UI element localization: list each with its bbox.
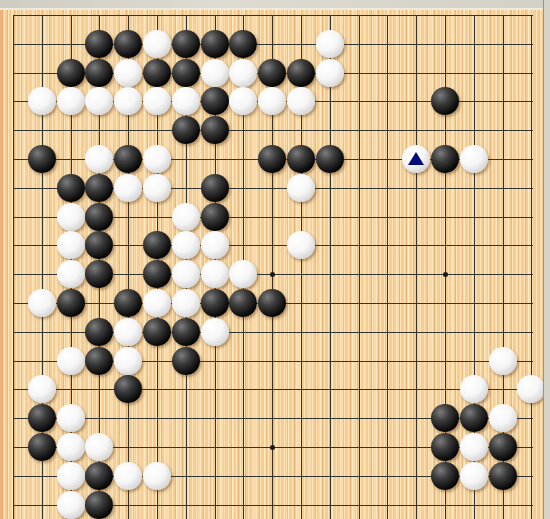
white-stone [460, 145, 488, 173]
black-stone [258, 59, 286, 87]
black-stone [172, 318, 200, 346]
black-stone [489, 462, 517, 490]
black-stone [85, 318, 113, 346]
black-stone [143, 59, 171, 87]
white-stone [143, 145, 171, 173]
black-stone [201, 203, 229, 231]
black-stone [172, 116, 200, 144]
white-stone [114, 59, 142, 87]
black-stone [258, 145, 286, 173]
triangle-marker [408, 152, 424, 165]
black-stone [431, 462, 459, 490]
white-stone [172, 231, 200, 259]
white-stone [489, 347, 517, 375]
white-stone [201, 59, 229, 87]
black-stone [201, 87, 229, 115]
white-stone [57, 491, 85, 519]
black-stone [28, 433, 56, 461]
white-stone [201, 260, 229, 288]
window-edge-top [0, 0, 550, 8]
black-stone [114, 30, 142, 58]
white-stone [28, 289, 56, 317]
black-stone [85, 174, 113, 202]
black-stone [143, 260, 171, 288]
black-stone [85, 30, 113, 58]
white-stone [143, 30, 171, 58]
black-stone [28, 404, 56, 432]
white-stone [28, 87, 56, 115]
white-stone [201, 231, 229, 259]
black-stone [316, 145, 344, 173]
white-stone [172, 203, 200, 231]
black-stone [489, 433, 517, 461]
white-stone [143, 174, 171, 202]
black-stone [431, 404, 459, 432]
black-stone [114, 289, 142, 317]
white-stone [172, 260, 200, 288]
black-stone [57, 174, 85, 202]
white-stone [489, 404, 517, 432]
black-stone [85, 462, 113, 490]
black-stone [201, 289, 229, 317]
black-stone [201, 116, 229, 144]
black-stone [114, 145, 142, 173]
board-left-shade [0, 0, 3, 519]
black-stone [431, 433, 459, 461]
black-stone [85, 347, 113, 375]
white-stone [460, 462, 488, 490]
white-stone [316, 30, 344, 58]
white-stone [57, 433, 85, 461]
window-edge-right [543, 0, 550, 519]
white-stone [287, 174, 315, 202]
window-edge-top-highlight [0, 8, 550, 10]
black-stone [85, 59, 113, 87]
white-stone [57, 87, 85, 115]
black-stone [57, 289, 85, 317]
white-stone [28, 375, 56, 403]
white-stone [229, 59, 257, 87]
black-stone [431, 145, 459, 173]
black-stone [85, 491, 113, 519]
black-stone [201, 174, 229, 202]
go-board-viewport [0, 0, 550, 519]
black-stone [172, 59, 200, 87]
white-stone [172, 87, 200, 115]
white-stone [402, 145, 430, 173]
white-stone [517, 375, 545, 403]
black-stone [201, 30, 229, 58]
white-stone [57, 231, 85, 259]
white-stone [57, 347, 85, 375]
black-stone [172, 30, 200, 58]
white-stone [57, 404, 85, 432]
black-stone [460, 404, 488, 432]
white-stone [201, 318, 229, 346]
black-stone [172, 347, 200, 375]
white-stone [114, 318, 142, 346]
black-stone [229, 30, 257, 58]
white-stone [57, 203, 85, 231]
white-stone [143, 462, 171, 490]
white-stone [460, 433, 488, 461]
white-stone [460, 375, 488, 403]
black-stone [143, 318, 171, 346]
black-stone [287, 59, 315, 87]
black-stone [28, 145, 56, 173]
white-stone [57, 462, 85, 490]
white-stone [57, 260, 85, 288]
black-stone [85, 203, 113, 231]
white-stone [114, 347, 142, 375]
white-stone [143, 289, 171, 317]
black-stone [57, 59, 85, 87]
black-stone [258, 289, 286, 317]
white-stone [114, 462, 142, 490]
black-stone [287, 145, 315, 173]
white-stone [316, 59, 344, 87]
white-stone [114, 174, 142, 202]
white-stone [172, 289, 200, 317]
